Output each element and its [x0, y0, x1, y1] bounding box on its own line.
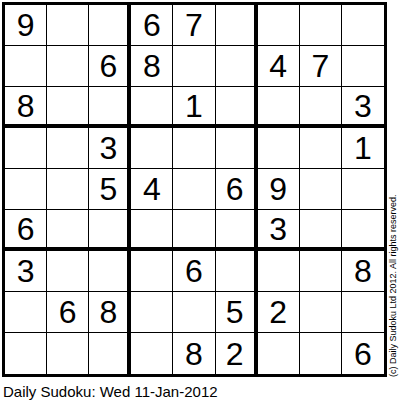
cell-r7c6[interactable] — [216, 251, 258, 292]
sudoku-board: 9676847813315469633686852826 — [2, 2, 387, 377]
sudoku-page: 9676847813315469633686852826 (c) Daily S… — [0, 0, 400, 408]
cell-r3c9[interactable]: 3 — [342, 87, 384, 128]
cell-r2c6[interactable] — [216, 46, 258, 87]
cell-r6c8[interactable] — [300, 210, 342, 251]
cell-r7c9[interactable]: 8 — [342, 251, 384, 292]
cell-r8c7[interactable]: 2 — [258, 292, 300, 333]
cell-r7c3[interactable] — [89, 251, 131, 292]
cell-r8c1[interactable] — [5, 292, 47, 333]
cell-r4c7[interactable] — [258, 128, 300, 169]
cell-r4c6[interactable] — [216, 128, 258, 169]
cell-r8c8[interactable] — [300, 292, 342, 333]
cell-r1c6[interactable] — [216, 5, 258, 46]
cell-r3c4[interactable] — [131, 87, 173, 128]
cell-r2c9[interactable] — [342, 46, 384, 87]
cell-r9c9[interactable]: 6 — [342, 333, 384, 374]
cell-r9c8[interactable] — [300, 333, 342, 374]
cell-r7c2[interactable] — [47, 251, 89, 292]
cell-r5c2[interactable] — [47, 169, 89, 210]
cell-r8c5[interactable] — [173, 292, 215, 333]
cell-r8c4[interactable] — [131, 292, 173, 333]
cell-r3c5[interactable]: 1 — [173, 87, 215, 128]
cell-r1c1[interactable]: 9 — [5, 5, 47, 46]
cell-r3c3[interactable] — [89, 87, 131, 128]
cell-r5c6[interactable]: 6 — [216, 169, 258, 210]
cell-r9c7[interactable] — [258, 333, 300, 374]
cell-r3c7[interactable] — [258, 87, 300, 128]
cell-r9c6[interactable]: 2 — [216, 333, 258, 374]
cell-r6c3[interactable] — [89, 210, 131, 251]
cell-r9c1[interactable] — [5, 333, 47, 374]
cell-r2c4[interactable]: 8 — [131, 46, 173, 87]
cell-r1c3[interactable] — [89, 5, 131, 46]
cell-r5c3[interactable]: 5 — [89, 169, 131, 210]
cell-r5c1[interactable] — [5, 169, 47, 210]
cell-r1c2[interactable] — [47, 5, 89, 46]
cell-r1c7[interactable] — [258, 5, 300, 46]
cell-r5c4[interactable]: 4 — [131, 169, 173, 210]
cell-r5c9[interactable] — [342, 169, 384, 210]
cell-r3c2[interactable] — [47, 87, 89, 128]
cell-r6c1[interactable]: 6 — [5, 210, 47, 251]
cell-r7c5[interactable]: 6 — [173, 251, 215, 292]
cell-r7c7[interactable] — [258, 251, 300, 292]
cell-r7c8[interactable] — [300, 251, 342, 292]
cell-r7c1[interactable]: 3 — [5, 251, 47, 292]
cell-r6c2[interactable] — [47, 210, 89, 251]
cell-r8c9[interactable] — [342, 292, 384, 333]
cell-r4c5[interactable] — [173, 128, 215, 169]
cell-r2c3[interactable]: 6 — [89, 46, 131, 87]
cell-r9c5[interactable]: 8 — [173, 333, 215, 374]
cell-r4c4[interactable] — [131, 128, 173, 169]
cell-r3c6[interactable] — [216, 87, 258, 128]
cell-r2c5[interactable] — [173, 46, 215, 87]
cell-r3c1[interactable]: 8 — [5, 87, 47, 128]
cell-r4c3[interactable]: 3 — [89, 128, 131, 169]
cell-r6c6[interactable] — [216, 210, 258, 251]
cell-r5c7[interactable]: 9 — [258, 169, 300, 210]
cell-r1c4[interactable]: 6 — [131, 5, 173, 46]
copyright-text: (c) Daily Sudoku Ltd 2012. All rights re… — [388, 2, 398, 377]
cell-r8c2[interactable]: 6 — [47, 292, 89, 333]
cell-r2c1[interactable] — [5, 46, 47, 87]
cell-r9c4[interactable] — [131, 333, 173, 374]
cell-r1c5[interactable]: 7 — [173, 5, 215, 46]
cell-r4c8[interactable] — [300, 128, 342, 169]
cell-r9c3[interactable] — [89, 333, 131, 374]
cell-r6c5[interactable] — [173, 210, 215, 251]
cell-r4c9[interactable]: 1 — [342, 128, 384, 169]
cell-r4c1[interactable] — [5, 128, 47, 169]
cell-r6c7[interactable]: 3 — [258, 210, 300, 251]
cell-r8c6[interactable]: 5 — [216, 292, 258, 333]
cell-r1c8[interactable] — [300, 5, 342, 46]
cell-r2c8[interactable]: 7 — [300, 46, 342, 87]
cell-r1c9[interactable] — [342, 5, 384, 46]
puzzle-caption: Daily Sudoku: Wed 11-Jan-2012 — [3, 383, 218, 400]
cell-r4c2[interactable] — [47, 128, 89, 169]
cell-r2c7[interactable]: 4 — [258, 46, 300, 87]
cell-r2c2[interactable] — [47, 46, 89, 87]
cell-r6c4[interactable] — [131, 210, 173, 251]
cell-r5c8[interactable] — [300, 169, 342, 210]
cell-r5c5[interactable] — [173, 169, 215, 210]
cell-r7c4[interactable] — [131, 251, 173, 292]
cell-r6c9[interactable] — [342, 210, 384, 251]
cell-r3c8[interactable] — [300, 87, 342, 128]
cell-r8c3[interactable]: 8 — [89, 292, 131, 333]
cell-r9c2[interactable] — [47, 333, 89, 374]
